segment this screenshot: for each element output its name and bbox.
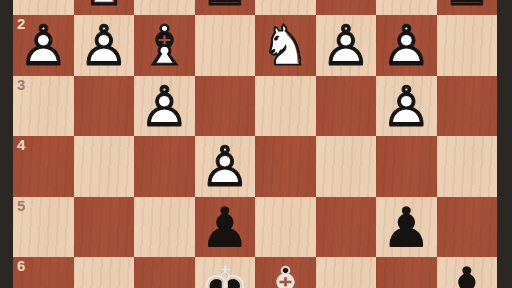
white-pawn-e4[interactable]: ♟♙ xyxy=(195,136,256,197)
rank-label-4: 4 xyxy=(17,137,25,152)
square-f6[interactable] xyxy=(134,257,195,288)
rank-label-5: 5 xyxy=(17,198,25,213)
piece-glyph: ♝ xyxy=(255,258,316,288)
square-e3[interactable] xyxy=(195,76,256,137)
piece-glyph: ♟ xyxy=(376,77,437,138)
square-c6[interactable] xyxy=(316,257,377,288)
square-f2[interactable]: ♝♗ xyxy=(134,15,195,76)
piece-outline: ♙ xyxy=(134,77,195,138)
square-c1[interactable] xyxy=(316,0,377,15)
square-d6[interactable]: ♝♗ xyxy=(255,257,316,288)
square-a1[interactable]: ♜♖ xyxy=(437,0,498,15)
square-c3[interactable] xyxy=(316,76,377,137)
piece-outline: ♘ xyxy=(255,16,316,77)
square-c5[interactable] xyxy=(316,197,377,258)
piece-outline: ♙ xyxy=(74,16,135,77)
piece-glyph: ♟ xyxy=(316,16,377,77)
square-a5[interactable] xyxy=(437,197,498,258)
letterbox-right xyxy=(497,0,512,288)
piece-outline: ♙ xyxy=(13,16,74,77)
square-a2[interactable] xyxy=(437,15,498,76)
square-h3[interactable]: 3 xyxy=(13,76,74,137)
white-knight-d2[interactable]: ♞♘ xyxy=(255,15,316,76)
piece-glyph: ♜ xyxy=(437,0,498,16)
square-g6[interactable] xyxy=(74,257,135,288)
piece-outline: ♙ xyxy=(376,77,437,138)
piece-glyph: ♟ xyxy=(376,16,437,77)
square-c4[interactable] xyxy=(316,136,377,197)
square-d2[interactable]: ♞♘ xyxy=(255,15,316,76)
piece-outline: ♙ xyxy=(195,137,256,198)
piece-outline: ♙ xyxy=(376,16,437,77)
piece-glyph: ♞ xyxy=(255,16,316,77)
piece-glyph: ♟ xyxy=(13,16,74,77)
square-d4[interactable] xyxy=(255,136,316,197)
square-f4[interactable] xyxy=(134,136,195,197)
square-b4[interactable] xyxy=(376,136,437,197)
square-f5[interactable] xyxy=(134,197,195,258)
black-pawn-a6[interactable]: ♟ xyxy=(437,257,498,288)
square-e2[interactable] xyxy=(195,15,256,76)
square-b2[interactable]: ♟♙ xyxy=(376,15,437,76)
square-a6[interactable]: ♟ xyxy=(437,257,498,288)
square-c2[interactable]: ♟♙ xyxy=(316,15,377,76)
piece-outline: ♔ xyxy=(74,0,135,16)
piece-glyph: ♝ xyxy=(134,16,195,77)
square-e6[interactable]: ♚♔ xyxy=(195,257,256,288)
black-pawn-e5[interactable]: ♟ xyxy=(195,197,256,258)
white-pawn-b2[interactable]: ♟♙ xyxy=(376,15,437,76)
chess-board: 1♚♔♜♖♜♖2♟♙♟♙♝♗♞♘♟♙♟♙3♟♙♟♙4♟♙5♟♟6♚♔♝♗♟ xyxy=(13,0,497,288)
black-king-e6[interactable]: ♚♔ xyxy=(195,257,256,288)
white-king-g1[interactable]: ♚♔ xyxy=(74,0,135,15)
piece-glyph: ♟ xyxy=(74,16,135,77)
white-pawn-c2[interactable]: ♟♙ xyxy=(316,15,377,76)
piece-outline: ♖ xyxy=(195,0,256,16)
square-e1[interactable]: ♜♖ xyxy=(195,0,256,15)
square-a4[interactable] xyxy=(437,136,498,197)
white-rook-e1[interactable]: ♜♖ xyxy=(195,0,256,15)
white-pawn-h2[interactable]: ♟♙ xyxy=(13,15,74,76)
black-bishop-d6[interactable]: ♝♗ xyxy=(255,257,316,288)
white-pawn-g2[interactable]: ♟♙ xyxy=(74,15,135,76)
piece-glyph: ♚ xyxy=(195,258,256,288)
piece-glyph: ♟ xyxy=(195,198,256,259)
square-g2[interactable]: ♟♙ xyxy=(74,15,135,76)
white-pawn-b3[interactable]: ♟♙ xyxy=(376,76,437,137)
piece-outline: ♙ xyxy=(316,16,377,77)
black-pawn-b5[interactable]: ♟ xyxy=(376,197,437,258)
piece-glyph: ♚ xyxy=(74,0,135,16)
square-b1[interactable] xyxy=(376,0,437,15)
piece-outline: ♔ xyxy=(195,258,256,288)
letterbox-left xyxy=(0,0,13,288)
square-b5[interactable]: ♟ xyxy=(376,197,437,258)
square-d3[interactable] xyxy=(255,76,316,137)
square-g3[interactable] xyxy=(74,76,135,137)
square-b6[interactable] xyxy=(376,257,437,288)
piece-outline: ♖ xyxy=(437,0,498,16)
piece-glyph: ♟ xyxy=(195,137,256,198)
square-h6[interactable]: 6 xyxy=(13,257,74,288)
rank-label-3: 3 xyxy=(17,77,25,92)
square-h1[interactable]: 1 xyxy=(13,0,74,15)
square-g1[interactable]: ♚♔ xyxy=(74,0,135,15)
white-bishop-f2[interactable]: ♝♗ xyxy=(134,15,195,76)
piece-glyph: ♟ xyxy=(376,198,437,259)
square-e5[interactable]: ♟ xyxy=(195,197,256,258)
square-g5[interactable] xyxy=(74,197,135,258)
piece-outline: ♗ xyxy=(134,16,195,77)
square-d5[interactable] xyxy=(255,197,316,258)
piece-glyph: ♟ xyxy=(134,77,195,138)
piece-glyph: ♟ xyxy=(437,258,498,288)
square-f3[interactable]: ♟♙ xyxy=(134,76,195,137)
white-rook-a1[interactable]: ♜♖ xyxy=(437,0,498,15)
square-h5[interactable]: 5 xyxy=(13,197,74,258)
square-h2[interactable]: 2♟♙ xyxy=(13,15,74,76)
square-d1[interactable] xyxy=(255,0,316,15)
square-b3[interactable]: ♟♙ xyxy=(376,76,437,137)
square-h4[interactable]: 4 xyxy=(13,136,74,197)
square-g4[interactable] xyxy=(74,136,135,197)
piece-glyph: ♜ xyxy=(195,0,256,16)
square-a3[interactable] xyxy=(437,76,498,137)
piece-outline: ♗ xyxy=(255,258,316,288)
square-f1[interactable] xyxy=(134,0,195,15)
white-pawn-f3[interactable]: ♟♙ xyxy=(134,76,195,137)
square-e4[interactable]: ♟♙ xyxy=(195,136,256,197)
rank-label-6: 6 xyxy=(17,258,25,273)
